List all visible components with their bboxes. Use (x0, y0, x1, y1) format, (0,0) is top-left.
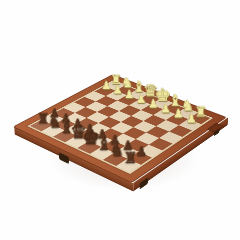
square-e7 (89, 135, 113, 147)
square-c8 (53, 130, 76, 142)
square-h4 (159, 132, 182, 144)
square-e8 (77, 141, 101, 154)
square-h8 (116, 159, 141, 173)
board-grid (30, 81, 210, 172)
square-b8 (41, 125, 64, 137)
square-e5 (111, 122, 134, 134)
square-h7 (127, 152, 151, 165)
square-d6 (88, 123, 111, 135)
square-h6 (138, 145, 162, 158)
square-g7 (114, 146, 138, 159)
product-photo: ♜♞♝♛♚♝♞♜♟♟♟♟♟♟♟♟♟♟♟♟♟♟♟♟♜♞♝♛♚♝♞♜ (0, 0, 240, 240)
hinge-latch-icon (59, 152, 69, 164)
square-g8 (103, 153, 127, 166)
square-f5 (123, 127, 146, 139)
square-c7 (65, 124, 88, 136)
square-g6 (125, 139, 149, 152)
square-f4 (133, 121, 156, 133)
square-h5 (149, 138, 173, 150)
square-f6 (112, 134, 135, 146)
square-d8 (65, 136, 89, 148)
square-d7 (77, 129, 100, 141)
square-h3 (169, 125, 192, 137)
square-f8 (90, 147, 114, 160)
square-g5 (136, 133, 159, 145)
board-foot-icon (140, 177, 148, 189)
scene: ♜♞♝♛♚♝♞♜♟♟♟♟♟♟♟♟♟♟♟♟♟♟♟♟♜♞♝♛♚♝♞♜ (0, 0, 240, 240)
square-e6 (100, 128, 123, 140)
square-f7 (101, 140, 125, 153)
chess-board: ♜♞♝♛♚♝♞♜♟♟♟♟♟♟♟♟♟♟♟♟♟♟♟♟♜♞♝♛♚♝♞♜ (13, 74, 227, 183)
board-inner-band (27, 80, 213, 174)
square-g4 (146, 126, 169, 138)
